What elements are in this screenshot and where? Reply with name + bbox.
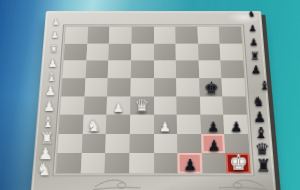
- square-f8[interactable]: [175, 27, 197, 44]
- square-a1[interactable]: [56, 153, 81, 173]
- square-e7[interactable]: [154, 43, 176, 60]
- square-d6[interactable]: [131, 61, 154, 79]
- captured-white-bishop: ♝: [46, 71, 57, 83]
- piece-black-pawn-f1[interactable]: ♟: [183, 158, 197, 174]
- square-e2[interactable]: [154, 134, 178, 154]
- frame-engraving-right: [216, 175, 269, 190]
- square-e5[interactable]: [154, 78, 177, 96]
- square-c5[interactable]: [107, 78, 130, 96]
- captured-white-rook: ♜: [49, 44, 58, 54]
- square-c1[interactable]: [105, 153, 130, 173]
- square-c7[interactable]: [109, 43, 132, 60]
- captured-white-rook: ♜: [39, 130, 53, 146]
- captured-black-bishop: ♝: [254, 126, 268, 141]
- square-b2[interactable]: [81, 134, 106, 154]
- square-f4[interactable]: [177, 96, 201, 115]
- square-a8[interactable]: [65, 27, 88, 44]
- captured-black-bishop: ♝: [259, 80, 270, 92]
- square-e4[interactable]: [154, 96, 177, 115]
- square-c8[interactable]: [109, 27, 131, 44]
- captured-black-rook: ♜: [250, 51, 259, 62]
- piece-white-knight-b3[interactable]: ♞: [87, 118, 101, 134]
- square-f6[interactable]: [176, 61, 199, 79]
- captured-white-bishop: ♝: [41, 115, 54, 130]
- square-h5[interactable]: [222, 78, 246, 96]
- square-g8[interactable]: [197, 27, 220, 44]
- square-a2[interactable]: [57, 134, 82, 154]
- square-a5[interactable]: [61, 78, 85, 96]
- captured-white-pawn: ♟: [38, 146, 53, 163]
- game-scene: ♞♟♛♟♚♚♟♟♟♟ ♟♟♜♟♝♟♟♝♜♟♞ ♞♟♟♜♟♝♞♟♝♛♜: [0, 0, 300, 190]
- captured-white-pawn: ♟: [44, 86, 55, 99]
- square-d1[interactable]: [129, 153, 153, 173]
- square-h6[interactable]: [221, 61, 245, 79]
- square-d3[interactable]: [130, 115, 154, 134]
- square-d5[interactable]: [130, 78, 153, 96]
- captured-white-pawn: ♟: [50, 31, 58, 40]
- square-d7[interactable]: [131, 43, 153, 60]
- square-d8[interactable]: [131, 27, 153, 44]
- captured-white-pawn: ♟: [43, 100, 55, 114]
- square-e8[interactable]: [154, 27, 176, 44]
- captured-white-pawn: ♟: [47, 58, 57, 69]
- piece-black-pawn-g2[interactable]: ♟: [207, 139, 220, 154]
- square-e6[interactable]: [154, 61, 177, 79]
- square-a4[interactable]: [60, 96, 84, 115]
- piece-white-queen-d4[interactable]: ♛: [134, 98, 149, 114]
- frame-engraving-left: [90, 175, 143, 190]
- piece-black-king-g5[interactable]: ♚: [204, 80, 218, 96]
- captured-black-queen: ♛: [254, 142, 269, 158]
- captured-black-pawn: ♟: [249, 37, 258, 47]
- captured-black-knight: ♞: [252, 95, 264, 108]
- captured-black-knight: ♞: [248, 11, 255, 19]
- captured-black-pawn: ♟: [248, 24, 256, 33]
- square-c3[interactable]: [106, 115, 130, 134]
- piece-black-pawn-g3[interactable]: ♟: [207, 120, 219, 134]
- square-f5[interactable]: [176, 78, 199, 96]
- board-frame: ♞♟♛♟♚♚♟♟♟♟ ♟♟♜♟♝♟♟♝♜♟♞ ♞♟♟♜♟♝♞♟♝♛♜: [31, 11, 277, 190]
- square-e1[interactable]: [154, 153, 178, 173]
- chess-board-3d: ♞♟♛♟♚♚♟♟♟♟ ♟♟♜♟♝♟♟♝♜♟♞ ♞♟♟♜♟♝♞♟♝♛♜: [31, 11, 277, 190]
- square-g7[interactable]: [198, 43, 221, 60]
- square-a3[interactable]: [59, 115, 84, 134]
- square-f2[interactable]: [177, 134, 201, 154]
- square-b1[interactable]: [80, 153, 105, 173]
- square-g1[interactable]: [202, 153, 227, 173]
- piece-white-king-h1[interactable]: ♚: [229, 152, 248, 174]
- piece-white-pawn-e3[interactable]: ♟: [159, 120, 171, 134]
- square-g6[interactable]: [198, 61, 221, 79]
- captured-white-knight: ♞: [36, 162, 52, 180]
- square-h8[interactable]: [219, 27, 242, 44]
- captured-black-rook: ♜: [255, 158, 271, 175]
- piece-white-pawn-c4[interactable]: ♟: [113, 102, 124, 115]
- captured-black-pawn: ♟: [250, 66, 260, 77]
- square-b8[interactable]: [87, 27, 110, 44]
- square-a6[interactable]: [62, 61, 86, 79]
- square-b7[interactable]: [86, 43, 109, 60]
- square-g4[interactable]: [200, 96, 224, 115]
- square-d2[interactable]: [129, 134, 153, 154]
- square-h7[interactable]: [220, 43, 243, 60]
- square-f3[interactable]: [177, 115, 201, 134]
- square-b4[interactable]: [83, 96, 107, 115]
- captured-black-pawn: ♟: [253, 110, 266, 124]
- captured-white-pawn: ♟: [52, 18, 60, 26]
- square-h4[interactable]: [223, 96, 247, 115]
- square-c6[interactable]: [108, 61, 131, 79]
- square-c2[interactable]: [105, 134, 129, 154]
- square-f7[interactable]: [176, 43, 199, 60]
- square-b6[interactable]: [85, 61, 108, 79]
- square-a7[interactable]: [64, 43, 87, 60]
- square-b5[interactable]: [84, 78, 108, 96]
- piece-black-pawn-h3[interactable]: ♟: [230, 120, 242, 134]
- chess-board: [56, 27, 251, 174]
